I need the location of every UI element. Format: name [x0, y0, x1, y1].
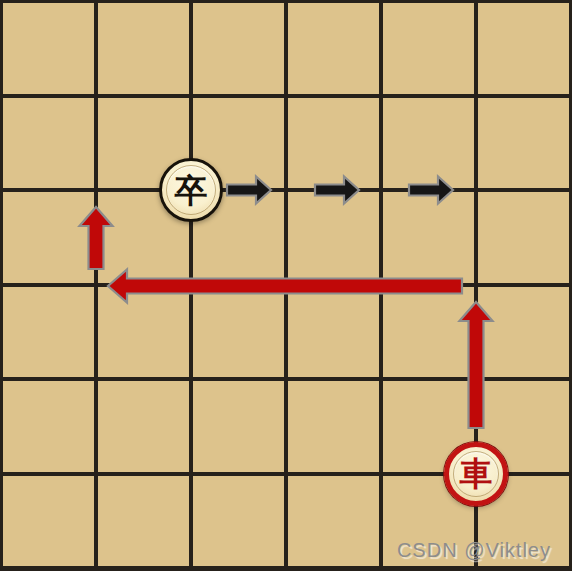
black-soldier[interactable]: 卒: [159, 158, 223, 222]
red-chariot-glyph: 車: [460, 457, 493, 490]
red-chariot[interactable]: 車: [444, 442, 508, 506]
xiangqi-move-diagram: 卒車 CSDN @Viktley: [0, 0, 572, 571]
black-soldier-glyph: 卒: [175, 174, 208, 207]
piece-layer: 卒車: [0, 0, 572, 571]
watermark: CSDN @Viktley: [397, 539, 551, 562]
